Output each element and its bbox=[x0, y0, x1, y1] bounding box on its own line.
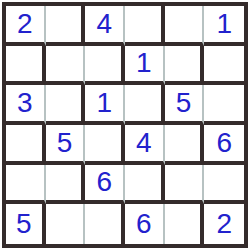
cell-r3c1[interactable]: 3 bbox=[6, 85, 46, 125]
cell-r1c3[interactable]: 4 bbox=[85, 6, 125, 46]
cell-r1c4[interactable] bbox=[125, 6, 165, 46]
cell-r4c1[interactable] bbox=[6, 125, 46, 165]
cell-r6c3[interactable] bbox=[85, 204, 125, 244]
cell-r1c2[interactable] bbox=[46, 6, 86, 46]
cell-r2c6[interactable] bbox=[204, 46, 244, 86]
cell-r5c5[interactable] bbox=[165, 165, 205, 205]
cell-r2c4[interactable]: 1 bbox=[125, 46, 165, 86]
cell-r5c6[interactable] bbox=[204, 165, 244, 205]
cell-r6c4[interactable]: 6 bbox=[125, 204, 165, 244]
cell-r2c2[interactable] bbox=[46, 46, 86, 86]
cell-r1c5[interactable] bbox=[165, 6, 205, 46]
cell-r4c3[interactable] bbox=[85, 125, 125, 165]
cell-r1c1[interactable]: 2 bbox=[6, 6, 46, 46]
cell-r4c4[interactable]: 4 bbox=[125, 125, 165, 165]
cell-r5c4[interactable] bbox=[125, 165, 165, 205]
cell-r4c5[interactable] bbox=[165, 125, 205, 165]
cell-r5c3[interactable]: 6 bbox=[85, 165, 125, 205]
cell-r1c6[interactable]: 1 bbox=[204, 6, 244, 46]
cell-r4c2[interactable]: 5 bbox=[46, 125, 86, 165]
cell-r5c1[interactable] bbox=[6, 165, 46, 205]
cell-r2c1[interactable] bbox=[6, 46, 46, 86]
cell-r2c5[interactable] bbox=[165, 46, 205, 86]
cell-r6c5[interactable] bbox=[165, 204, 205, 244]
cell-r6c6[interactable]: 2 bbox=[204, 204, 244, 244]
cell-r3c2[interactable] bbox=[46, 85, 86, 125]
cell-r4c6[interactable]: 6 bbox=[204, 125, 244, 165]
cell-r3c6[interactable] bbox=[204, 85, 244, 125]
cell-r2c3[interactable] bbox=[85, 46, 125, 86]
cell-r3c4[interactable] bbox=[125, 85, 165, 125]
puzzle-board: 2 4 1 1 3 1 5 5 4 6 6 5 6 2 bbox=[2, 2, 248, 248]
cell-r6c2[interactable] bbox=[46, 204, 86, 244]
cell-r5c2[interactable] bbox=[46, 165, 86, 205]
cell-r3c5[interactable]: 5 bbox=[165, 85, 205, 125]
cell-r6c1[interactable]: 5 bbox=[6, 204, 46, 244]
cell-r3c3[interactable]: 1 bbox=[85, 85, 125, 125]
